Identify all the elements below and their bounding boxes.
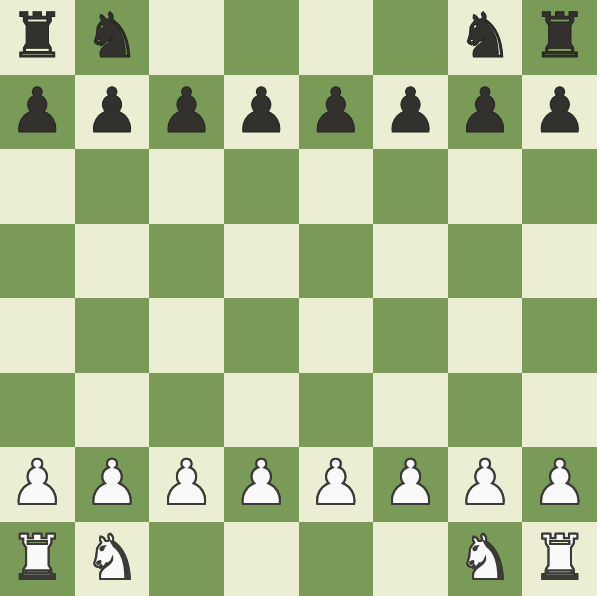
square-d6[interactable] [224,149,299,224]
square-b2[interactable]: ♟ [75,447,150,522]
square-a4[interactable] [0,298,75,373]
black-pawn[interactable]: ♟ [10,80,66,142]
square-g8[interactable]: ♞ [448,0,523,75]
square-b6[interactable] [75,149,150,224]
square-g4[interactable] [448,298,523,373]
square-d2[interactable]: ♟ [224,447,299,522]
square-f8[interactable] [373,0,448,75]
square-d1[interactable] [224,522,299,596]
black-pawn[interactable]: ♟ [159,80,215,142]
white-pawn[interactable]: ♟ [532,452,588,514]
square-b7[interactable]: ♟ [75,75,150,150]
square-c1[interactable] [149,522,224,596]
square-e5[interactable] [299,224,374,299]
square-d4[interactable] [224,298,299,373]
square-e8[interactable] [299,0,374,75]
square-e7[interactable]: ♟ [299,75,374,150]
square-a6[interactable] [0,149,75,224]
square-g6[interactable] [448,149,523,224]
square-g5[interactable] [448,224,523,299]
square-f4[interactable] [373,298,448,373]
black-pawn[interactable]: ♟ [233,80,289,142]
black-knight[interactable]: ♞ [457,5,513,67]
square-c3[interactable] [149,373,224,448]
chess-board: ♜♞♞♜♟♟♟♟♟♟♟♟♟♟♟♟♟♟♟♟♜♞♞♜ [0,0,597,596]
black-pawn[interactable]: ♟ [383,80,439,142]
square-c6[interactable] [149,149,224,224]
square-a8[interactable]: ♜ [0,0,75,75]
square-e1[interactable] [299,522,374,596]
square-h7[interactable]: ♟ [522,75,597,150]
square-e2[interactable]: ♟ [299,447,374,522]
black-knight[interactable]: ♞ [84,5,140,67]
white-rook[interactable]: ♜ [532,527,588,589]
square-h1[interactable]: ♜ [522,522,597,596]
square-c8[interactable] [149,0,224,75]
square-f5[interactable] [373,224,448,299]
white-rook[interactable]: ♜ [10,527,66,589]
square-e4[interactable] [299,298,374,373]
square-f7[interactable]: ♟ [373,75,448,150]
black-pawn[interactable]: ♟ [308,80,364,142]
square-c5[interactable] [149,224,224,299]
square-c7[interactable]: ♟ [149,75,224,150]
square-b4[interactable] [75,298,150,373]
black-pawn[interactable]: ♟ [457,80,513,142]
black-pawn[interactable]: ♟ [84,80,140,142]
square-g7[interactable]: ♟ [448,75,523,150]
white-pawn[interactable]: ♟ [233,452,289,514]
square-f6[interactable] [373,149,448,224]
square-e3[interactable] [299,373,374,448]
square-f2[interactable]: ♟ [373,447,448,522]
square-c4[interactable] [149,298,224,373]
white-knight[interactable]: ♞ [457,527,513,589]
white-pawn[interactable]: ♟ [308,452,364,514]
square-h4[interactable] [522,298,597,373]
black-rook[interactable]: ♜ [10,5,66,67]
square-h6[interactable] [522,149,597,224]
square-d8[interactable] [224,0,299,75]
square-g2[interactable]: ♟ [448,447,523,522]
square-a5[interactable] [0,224,75,299]
square-h5[interactable] [522,224,597,299]
square-e6[interactable] [299,149,374,224]
square-h8[interactable]: ♜ [522,0,597,75]
square-b1[interactable]: ♞ [75,522,150,596]
square-b3[interactable] [75,373,150,448]
square-a2[interactable]: ♟ [0,447,75,522]
white-pawn[interactable]: ♟ [159,452,215,514]
white-pawn[interactable]: ♟ [10,452,66,514]
square-h2[interactable]: ♟ [522,447,597,522]
white-pawn[interactable]: ♟ [383,452,439,514]
square-h3[interactable] [522,373,597,448]
square-b5[interactable] [75,224,150,299]
white-pawn[interactable]: ♟ [84,452,140,514]
square-g3[interactable] [448,373,523,448]
white-knight[interactable]: ♞ [84,527,140,589]
square-d3[interactable] [224,373,299,448]
white-pawn[interactable]: ♟ [457,452,513,514]
square-c2[interactable]: ♟ [149,447,224,522]
square-b8[interactable]: ♞ [75,0,150,75]
square-g1[interactable]: ♞ [448,522,523,596]
square-a1[interactable]: ♜ [0,522,75,596]
square-a3[interactable] [0,373,75,448]
black-pawn[interactable]: ♟ [532,80,588,142]
square-a7[interactable]: ♟ [0,75,75,150]
square-d5[interactable] [224,224,299,299]
square-f3[interactable] [373,373,448,448]
square-d7[interactable]: ♟ [224,75,299,150]
square-f1[interactable] [373,522,448,596]
black-rook[interactable]: ♜ [532,5,588,67]
